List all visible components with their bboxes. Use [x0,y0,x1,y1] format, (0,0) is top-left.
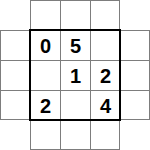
cell-r2c4[interactable] [90,30,120,60]
cell-r5c5 [120,120,150,150]
cell-r1c1 [0,0,30,30]
cell-r5c1 [0,120,30,150]
cell-r4c4[interactable]: 4 [90,90,120,120]
cell-r2c2[interactable]: 0 [30,30,60,60]
puzzle-board: 051224 [0,0,150,150]
cell-r2c3[interactable]: 5 [60,30,90,60]
cell-r3c5[interactable] [120,60,150,90]
cell-value: 1 [70,66,81,86]
cell-r5c3[interactable] [60,120,90,150]
cell-r1c4[interactable] [90,0,120,30]
cell-r3c4[interactable]: 2 [90,60,120,90]
cell-r4c1[interactable] [0,90,30,120]
cell-r4c5[interactable] [120,90,150,120]
cell-value: 4 [100,96,111,116]
cell-value: 0 [40,36,51,56]
cell-r5c4[interactable] [90,120,120,150]
cell-r3c1[interactable] [0,60,30,90]
cell-r1c3[interactable] [60,0,90,30]
cell-value: 2 [100,66,111,86]
cell-r1c2[interactable] [30,0,60,30]
cell-value: 5 [70,36,81,56]
cell-r2c5[interactable] [120,30,150,60]
cell-r1c5 [120,0,150,30]
cell-r4c3[interactable] [60,90,90,120]
cell-value: 2 [40,96,51,116]
cell-r4c2[interactable]: 2 [30,90,60,120]
cell-r5c2[interactable] [30,120,60,150]
cell-r3c3[interactable]: 1 [60,60,90,90]
cell-r3c2[interactable] [30,60,60,90]
cell-r2c1[interactable] [0,30,30,60]
